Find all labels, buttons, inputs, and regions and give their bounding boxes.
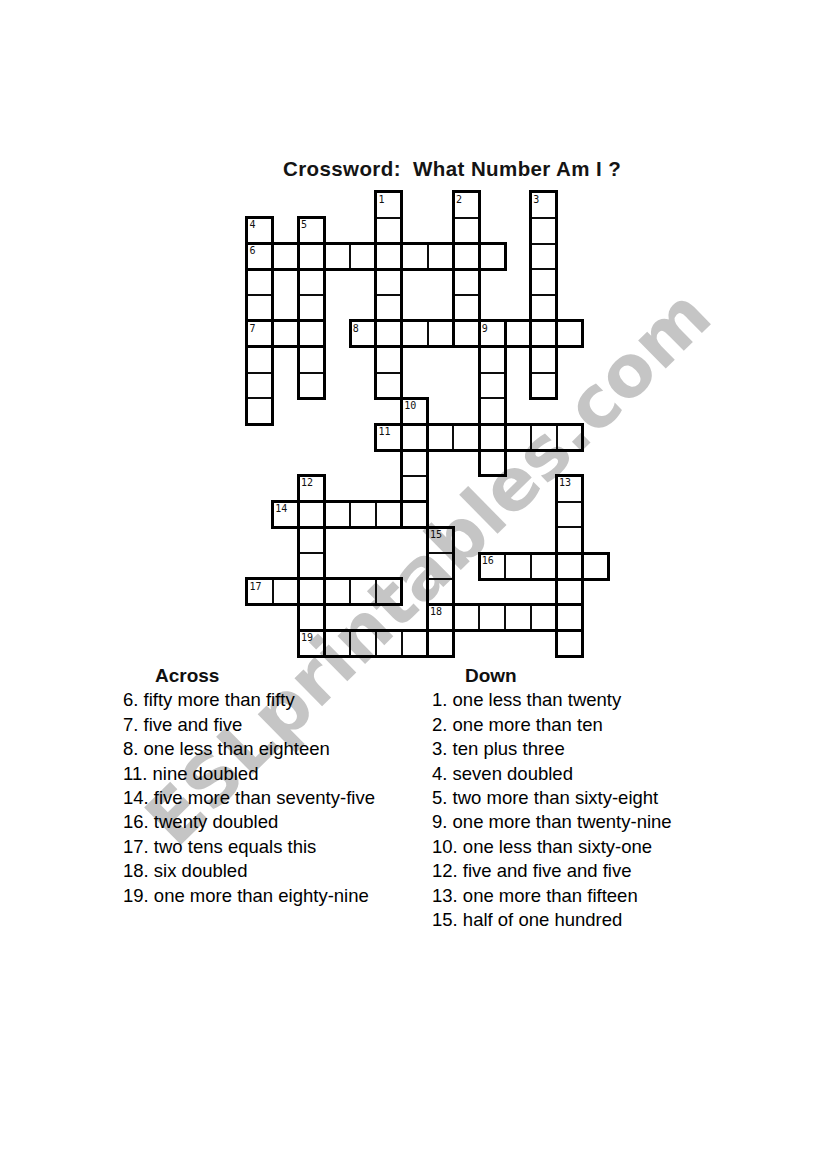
- grid-cell[interactable]: [350, 631, 376, 657]
- down-clue: 5. two more than sixty-eight: [432, 786, 672, 810]
- grid-cell[interactable]: [531, 321, 557, 347]
- grid-cell[interactable]: [402, 321, 428, 347]
- grid-cell[interactable]: [428, 579, 454, 605]
- down-clue: 3. ten plus three: [432, 737, 672, 761]
- grid-cell[interactable]: [376, 321, 402, 347]
- grid-cell[interactable]: [273, 579, 299, 605]
- grid-cell[interactable]: [453, 269, 479, 295]
- grid-cell[interactable]: [453, 321, 479, 347]
- grid-cell[interactable]: [453, 605, 479, 631]
- down-clue: 15. half of one hundred: [432, 908, 672, 932]
- grid-cell[interactable]: [299, 527, 325, 553]
- grid-cell[interactable]: [299, 631, 325, 657]
- grid-cell[interactable]: [428, 553, 454, 579]
- grid-cell[interactable]: [376, 373, 402, 399]
- grid-cell[interactable]: [479, 244, 505, 270]
- grid-cell[interactable]: [376, 192, 402, 218]
- grid-cell[interactable]: [453, 424, 479, 450]
- across-clues-section: Across 6. fifty more than fifty7. five a…: [123, 664, 375, 908]
- grid-cell[interactable]: [428, 605, 454, 631]
- grid-cell[interactable]: [299, 347, 325, 373]
- grid-cell[interactable]: [479, 321, 505, 347]
- grid-cell[interactable]: [350, 321, 376, 347]
- grid-cell[interactable]: [299, 295, 325, 321]
- grid-cell[interactable]: [531, 605, 557, 631]
- grid-cell[interactable]: [247, 579, 273, 605]
- across-clue: 6. fifty more than fifty: [123, 688, 375, 712]
- grid-cell[interactable]: [505, 321, 531, 347]
- across-clue: 14. five more than seventy-five: [123, 786, 375, 810]
- grid-cell[interactable]: [557, 579, 583, 605]
- grid-cell[interactable]: [557, 605, 583, 631]
- grid-cell[interactable]: [428, 244, 454, 270]
- grid-cell[interactable]: [531, 373, 557, 399]
- grid-cell[interactable]: [247, 373, 273, 399]
- grid-cell[interactable]: [531, 295, 557, 321]
- grid-cell[interactable]: [350, 244, 376, 270]
- grid-cell[interactable]: [453, 192, 479, 218]
- down-clue: 4. seven doubled: [432, 762, 672, 786]
- grid-cell[interactable]: [557, 527, 583, 553]
- grid-cell[interactable]: [402, 244, 428, 270]
- across-clue: 8. one less than eighteen: [123, 737, 375, 761]
- grid-cell[interactable]: [531, 192, 557, 218]
- grid-cell[interactable]: [531, 424, 557, 450]
- down-clue: 13. one more than fifteen: [432, 884, 672, 908]
- grid-cell[interactable]: [376, 244, 402, 270]
- grid-cell[interactable]: [299, 553, 325, 579]
- grid-cell[interactable]: [505, 553, 531, 579]
- grid-cell[interactable]: [428, 631, 454, 657]
- grid-cell[interactable]: [428, 527, 454, 553]
- grid-cell[interactable]: [531, 347, 557, 373]
- crossword-grid: 12345678910111213141516171819: [247, 192, 608, 656]
- grid-cell[interactable]: [531, 553, 557, 579]
- grid-cell[interactable]: [531, 218, 557, 244]
- grid-cell[interactable]: [247, 269, 273, 295]
- grid-cell[interactable]: [247, 321, 273, 347]
- grid-cell[interactable]: [479, 450, 505, 476]
- grid-cell[interactable]: [299, 502, 325, 528]
- grid-cell[interactable]: [299, 244, 325, 270]
- grid-cell[interactable]: [402, 631, 428, 657]
- across-clue: 18. six doubled: [123, 859, 375, 883]
- grid-cell[interactable]: [479, 553, 505, 579]
- down-clue: 2. one more than ten: [432, 713, 672, 737]
- grid-cell[interactable]: [453, 295, 479, 321]
- grid-cell[interactable]: [247, 347, 273, 373]
- grid-cell[interactable]: [324, 579, 350, 605]
- grid-cell[interactable]: [299, 476, 325, 502]
- grid-cell[interactable]: [324, 502, 350, 528]
- grid-cell[interactable]: [402, 398, 428, 424]
- down-clues-section: Down 1. one less than twenty2. one more …: [432, 664, 672, 932]
- grid-cell[interactable]: [247, 218, 273, 244]
- grid-cell[interactable]: [324, 244, 350, 270]
- across-clue: 16. twenty doubled: [123, 810, 375, 834]
- across-clue-list: 6. fifty more than fifty7. five and five…: [123, 688, 375, 908]
- page-title: Crossword: What Number Am I ?: [283, 157, 621, 181]
- grid-cell[interactable]: [350, 579, 376, 605]
- grid-cell[interactable]: [402, 502, 428, 528]
- grid-cell[interactable]: [247, 295, 273, 321]
- grid-cell[interactable]: [299, 218, 325, 244]
- grid-cell[interactable]: [376, 631, 402, 657]
- grid-cell[interactable]: [247, 398, 273, 424]
- grid-cell[interactable]: [479, 347, 505, 373]
- grid-cell[interactable]: [376, 269, 402, 295]
- grid-cell[interactable]: [247, 244, 273, 270]
- grid-cell[interactable]: [299, 579, 325, 605]
- grid-cell[interactable]: [376, 579, 402, 605]
- grid-cell[interactable]: [531, 269, 557, 295]
- grid-cell[interactable]: [324, 631, 350, 657]
- down-clue: 12. five and five and five: [432, 859, 672, 883]
- down-clue: 1. one less than twenty: [432, 688, 672, 712]
- grid-cell[interactable]: [273, 244, 299, 270]
- grid-cell[interactable]: [299, 321, 325, 347]
- down-clue-list: 1. one less than twenty2. one more than …: [432, 688, 672, 932]
- grid-cell[interactable]: [479, 398, 505, 424]
- down-header: Down: [465, 664, 672, 688]
- grid-cell[interactable]: [557, 631, 583, 657]
- down-clue: 9. one more than twenty-nine: [432, 810, 672, 834]
- grid-cell[interactable]: [557, 502, 583, 528]
- grid-cell[interactable]: [376, 424, 402, 450]
- grid-cell[interactable]: [299, 605, 325, 631]
- grid-cell[interactable]: [376, 295, 402, 321]
- grid-cell[interactable]: [531, 244, 557, 270]
- across-header: Across: [155, 664, 375, 688]
- across-clue: 19. one more than eighty-nine: [123, 884, 375, 908]
- grid-cell[interactable]: [402, 450, 428, 476]
- grid-cell[interactable]: [402, 476, 428, 502]
- grid-cell[interactable]: [582, 553, 608, 579]
- across-clue: 17. two tens equals this: [123, 835, 375, 859]
- grid-cell[interactable]: [479, 424, 505, 450]
- grid-cell[interactable]: [376, 218, 402, 244]
- grid-cell[interactable]: [428, 321, 454, 347]
- grid-cell[interactable]: [273, 502, 299, 528]
- grid-cell[interactable]: [376, 347, 402, 373]
- grid-cell[interactable]: [557, 424, 583, 450]
- grid-cell[interactable]: [402, 424, 428, 450]
- grid-cell[interactable]: [479, 373, 505, 399]
- across-clue: 7. five and five: [123, 713, 375, 737]
- grid-cell[interactable]: [505, 424, 531, 450]
- grid-cell[interactable]: [299, 373, 325, 399]
- across-clue: 11. nine doubled: [123, 762, 375, 786]
- grid-cell[interactable]: [376, 502, 402, 528]
- grid-cell[interactable]: [273, 321, 299, 347]
- grid-cell[interactable]: [453, 218, 479, 244]
- grid-cell[interactable]: [479, 605, 505, 631]
- down-clue: 10. one less than sixty-one: [432, 835, 672, 859]
- grid-cell[interactable]: [428, 424, 454, 450]
- grid-cell[interactable]: [453, 244, 479, 270]
- worksheet-page: ESLprintables.com Crossword: What Number…: [0, 0, 821, 1169]
- grid-cell[interactable]: [505, 605, 531, 631]
- grid-cell[interactable]: [557, 476, 583, 502]
- grid-cell[interactable]: [350, 502, 376, 528]
- grid-cell[interactable]: [299, 269, 325, 295]
- grid-cell[interactable]: [557, 321, 583, 347]
- grid-cell[interactable]: [557, 553, 583, 579]
